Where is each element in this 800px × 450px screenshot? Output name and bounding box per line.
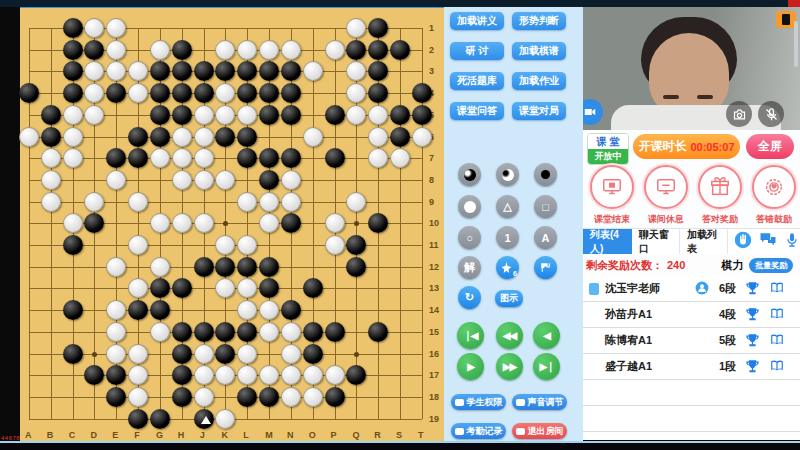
white-stone[interactable] <box>237 344 257 364</box>
tab-bar: 列表(4人)聊天窗口加载列表 <box>583 228 800 256</box>
black-stone[interactable] <box>237 83 257 103</box>
white-stone-glyph <box>502 169 514 181</box>
black-stone[interactable] <box>150 300 170 320</box>
white-stone[interactable] <box>215 105 235 125</box>
dot-black-tool[interactable] <box>534 163 557 186</box>
student-row[interactable]: 孙苗丹A14段 <box>583 302 800 328</box>
grid-line <box>400 28 401 419</box>
dot-white-tool[interactable] <box>458 195 481 218</box>
black-stone[interactable] <box>150 278 170 298</box>
mic-off-button[interactable] <box>758 101 784 127</box>
black-stone[interactable] <box>63 61 83 81</box>
badge-open-label: 开放中 <box>588 149 628 164</box>
column-label: B <box>47 430 54 440</box>
black-stone[interactable] <box>172 278 192 298</box>
white-stone[interactable] <box>325 213 345 233</box>
black-stone[interactable] <box>390 127 410 147</box>
column-label: M <box>265 430 273 440</box>
white-stone[interactable] <box>303 61 323 81</box>
column-label: R <box>374 430 381 440</box>
black-stone[interactable] <box>150 127 170 147</box>
student-row[interactable]: 盛子越A11段 <box>583 354 800 380</box>
black-stone[interactable] <box>237 322 257 342</box>
black-stone[interactable] <box>281 213 301 233</box>
white-stone[interactable] <box>390 148 410 168</box>
black-stone[interactable] <box>63 300 83 320</box>
class-open-badge: 课 堂 开放中 <box>587 133 629 165</box>
book-icon[interactable] <box>769 281 785 299</box>
black-stone[interactable] <box>325 322 345 342</box>
playback-prev-button[interactable]: ◀ <box>533 322 560 349</box>
volume-button[interactable]: 声音调节 <box>512 394 567 410</box>
right-panel: 课 堂 开放中 开课时长 00:05:07 全屏 课堂结束课间休息答对奖励答错鼓… <box>583 7 800 443</box>
square-mark-tool[interactable]: □ <box>534 195 557 218</box>
white-stone[interactable] <box>150 213 170 233</box>
black-stone[interactable] <box>194 61 214 81</box>
row-label: 14 <box>429 305 439 315</box>
hand-tool[interactable]: 6 <box>496 256 519 279</box>
white-stone[interactable] <box>84 192 104 212</box>
black-stone[interactable] <box>390 105 410 125</box>
white-stone[interactable] <box>150 322 170 342</box>
white-stone[interactable] <box>237 300 257 320</box>
white-stone[interactable] <box>346 61 366 81</box>
row-label: 19 <box>429 414 439 424</box>
white-stone[interactable] <box>63 105 83 125</box>
lecture-button-1[interactable]: 加载讲义 <box>450 12 504 30</box>
black-stone[interactable] <box>259 148 279 168</box>
white-stone[interactable] <box>368 127 388 147</box>
playback-forward-button[interactable]: ▶▶ <box>496 353 523 380</box>
black-stone[interactable] <box>63 83 83 103</box>
white-stone[interactable] <box>237 278 257 298</box>
go-board[interactable]: A1B2C3D4E5F6G7H8J9K10L11M12N13O14P15Q16R… <box>20 8 444 443</box>
white-stone[interactable] <box>106 61 126 81</box>
reward-3[interactable]: 答对奖励 <box>693 165 747 226</box>
black-stone[interactable] <box>346 40 366 60</box>
black-stone[interactable] <box>194 257 214 277</box>
mic-icon[interactable] <box>784 231 800 253</box>
column-label: A <box>25 430 32 440</box>
exit-room-button[interactable]: 退出房间 <box>512 423 567 439</box>
black-stone[interactable] <box>368 61 388 81</box>
black-stone[interactable] <box>194 322 214 342</box>
column-label: K <box>221 430 228 440</box>
white-stone[interactable] <box>19 127 39 147</box>
answer-tool[interactable]: 解 <box>458 256 481 279</box>
white-stone[interactable] <box>346 105 366 125</box>
white-stone[interactable] <box>194 213 214 233</box>
playback-rewind-button[interactable]: ◀◀ <box>496 322 523 349</box>
white-stone[interactable] <box>368 148 388 168</box>
white-stone[interactable] <box>194 127 214 147</box>
playback-play-button[interactable]: ▶ <box>457 353 484 380</box>
white-stone[interactable] <box>106 344 126 364</box>
brush-tool[interactable] <box>534 256 557 279</box>
white-stone[interactable] <box>128 61 148 81</box>
white-stone[interactable] <box>215 409 235 429</box>
white-stone[interactable] <box>237 105 257 125</box>
raise-hand-icon[interactable] <box>734 231 752 253</box>
white-stone[interactable] <box>128 365 148 385</box>
rewards-count: 240 <box>667 259 685 271</box>
timer-label: 开课时长 <box>638 138 686 155</box>
black-stone[interactable] <box>390 40 410 60</box>
white-stone[interactable] <box>215 40 235 60</box>
white-stone[interactable] <box>259 192 279 212</box>
white-stone[interactable] <box>281 387 301 407</box>
student-name: 陈博宥A1 <box>605 333 652 348</box>
black-stone[interactable] <box>172 83 192 103</box>
white-stone[interactable] <box>281 170 301 190</box>
black-stone[interactable] <box>412 105 432 125</box>
list-scrollbar[interactable] <box>794 21 798 67</box>
black-stone[interactable] <box>194 83 214 103</box>
white-stone[interactable] <box>150 148 170 168</box>
rewards-header: 剩余奖励次数： 240 棋力 批量奖励 <box>583 254 800 278</box>
white-stone[interactable] <box>303 127 323 147</box>
star-point <box>223 221 228 226</box>
row-label: 18 <box>429 392 439 402</box>
white-stone[interactable] <box>106 170 126 190</box>
white-stone[interactable] <box>281 40 301 60</box>
white-stone[interactable] <box>41 192 61 212</box>
black-stone[interactable] <box>259 105 279 125</box>
black-stone[interactable] <box>128 409 148 429</box>
reward-4[interactable]: 答错鼓励 <box>747 165 800 226</box>
white-stone[interactable] <box>237 40 257 60</box>
strength-label: 棋力 <box>721 258 743 273</box>
badge-class-label: 课 堂 <box>588 134 628 149</box>
black-stone[interactable] <box>346 235 366 255</box>
row-label: 15 <box>429 327 439 337</box>
black-stone[interactable] <box>41 105 61 125</box>
black-stone[interactable] <box>19 83 39 103</box>
student-name: 孙苗丹A1 <box>605 307 652 322</box>
lecture-button-3[interactable]: 研 讨 <box>450 42 504 60</box>
black-stone[interactable] <box>303 278 323 298</box>
black-stone[interactable] <box>172 344 192 364</box>
star-point <box>354 352 359 357</box>
selected-checkbox[interactable] <box>589 283 599 295</box>
black-stone[interactable] <box>128 127 148 147</box>
black-stone[interactable] <box>128 148 148 168</box>
white-stone[interactable] <box>172 148 192 168</box>
black-stone[interactable] <box>412 83 432 103</box>
book-icon[interactable] <box>769 359 785 377</box>
white-stone[interactable] <box>259 322 279 342</box>
row-label: 7 <box>429 153 434 163</box>
white-stone[interactable] <box>194 365 214 385</box>
black-stone[interactable] <box>150 105 170 125</box>
black-stone[interactable] <box>128 300 148 320</box>
black-stone[interactable] <box>281 148 301 168</box>
black-stone[interactable] <box>150 409 170 429</box>
batch-reward-button[interactable]: 批量奖励 <box>749 258 793 273</box>
white-stone[interactable] <box>281 365 301 385</box>
white-stone[interactable] <box>84 105 104 125</box>
white-stone[interactable] <box>259 213 279 233</box>
star-point <box>354 221 359 226</box>
phone-battery-icon <box>776 11 796 28</box>
tool-panel: 加载讲义形势判断研 讨加载棋谱死活题库加载作业课堂问答课堂对局 △□○1A解6↻… <box>444 7 583 443</box>
black-stone[interactable] <box>106 83 126 103</box>
white-stone[interactable] <box>128 387 148 407</box>
white-stone[interactable] <box>194 387 214 407</box>
black-stone[interactable] <box>368 40 388 60</box>
row-label: 2 <box>429 45 434 55</box>
white-stone[interactable] <box>63 213 83 233</box>
white-stone[interactable] <box>237 192 257 212</box>
triangle-mark-tool[interactable]: △ <box>496 195 519 218</box>
black-stone[interactable] <box>303 322 323 342</box>
student-list: 沈玉宇老师6段孙苗丹A14段陈博宥A15段盛子越A11段 <box>583 276 800 440</box>
black-stone[interactable] <box>325 387 345 407</box>
white-stone[interactable] <box>194 344 214 364</box>
fullscreen-button[interactable]: 全屏 <box>746 134 794 159</box>
column-label: S <box>396 430 402 440</box>
black-stone[interactable] <box>215 257 235 277</box>
reward-label: 课堂结束 <box>585 213 639 226</box>
row-label: 17 <box>429 370 439 380</box>
white-stone[interactable] <box>194 148 214 168</box>
trophy-icon[interactable] <box>745 281 760 300</box>
black-stone[interactable] <box>63 40 83 60</box>
black-stone[interactable] <box>237 127 257 147</box>
black-stone[interactable] <box>325 105 345 125</box>
attendance-button[interactable]: 考勤记录 <box>451 423 506 439</box>
teacher-icon <box>695 281 709 299</box>
white-stone[interactable] <box>237 365 257 385</box>
black-stone[interactable] <box>172 365 192 385</box>
white-stone[interactable] <box>106 257 126 277</box>
black-stone[interactable] <box>63 18 83 38</box>
black-stone[interactable] <box>237 257 257 277</box>
white-stone[interactable] <box>84 18 104 38</box>
black-stone[interactable] <box>106 365 126 385</box>
row-label: 11 <box>429 240 439 250</box>
black-stone[interactable] <box>172 105 192 125</box>
reward-1[interactable]: 课堂结束 <box>585 165 639 226</box>
left-strip: 44678 <box>0 7 20 443</box>
column-label: G <box>156 430 163 440</box>
white-stone[interactable] <box>172 127 192 147</box>
black-stone[interactable] <box>259 257 279 277</box>
card-icon <box>455 428 464 435</box>
black-stone[interactable] <box>259 387 279 407</box>
white-stone[interactable] <box>194 170 214 190</box>
black-stone[interactable] <box>106 387 126 407</box>
white-stone[interactable] <box>281 192 301 212</box>
black-stone-tool[interactable] <box>458 163 481 186</box>
lecture-button-6[interactable]: 加载作业 <box>512 72 566 90</box>
playback-last-button[interactable]: ▶❘ <box>533 353 560 380</box>
white-stone[interactable] <box>346 18 366 38</box>
white-stone[interactable] <box>41 148 61 168</box>
white-stone[interactable] <box>215 83 235 103</box>
black-stone[interactable] <box>368 83 388 103</box>
column-label: N <box>287 430 294 440</box>
black-stone[interactable] <box>215 127 235 147</box>
white-stone[interactable] <box>346 83 366 103</box>
black-stone[interactable] <box>259 170 279 190</box>
black-stone[interactable] <box>172 61 192 81</box>
white-stone[interactable] <box>346 192 366 212</box>
white-stone[interactable] <box>106 18 126 38</box>
reward-2[interactable]: 课间休息 <box>639 165 693 226</box>
black-stone[interactable] <box>281 105 301 125</box>
white-stone[interactable] <box>106 300 126 320</box>
white-stone[interactable] <box>325 365 345 385</box>
black-stone[interactable] <box>368 213 388 233</box>
tab-2[interactable]: 聊天窗口 <box>632 229 680 255</box>
white-stone[interactable] <box>281 322 301 342</box>
student-rank: 4段 <box>719 307 736 322</box>
black-stone[interactable] <box>368 18 388 38</box>
black-stone[interactable] <box>281 61 301 81</box>
black-stone[interactable] <box>259 278 279 298</box>
black-stone[interactable] <box>325 148 345 168</box>
white-stone[interactable] <box>325 40 345 60</box>
dot-black-glyph <box>541 170 550 179</box>
number-mark-tool[interactable]: 1 <box>496 226 519 249</box>
black-stone[interactable] <box>41 127 61 147</box>
white-stone[interactable] <box>412 127 432 147</box>
video-camera-icon[interactable] <box>583 99 603 125</box>
column-label: T <box>418 430 424 440</box>
white-stone[interactable] <box>128 83 148 103</box>
black-stone[interactable] <box>172 40 192 60</box>
white-stone[interactable] <box>106 322 126 342</box>
teacher-shirt <box>611 105 781 130</box>
black-stone[interactable] <box>150 83 170 103</box>
class-timer: 开课时长 00:05:07 <box>633 134 740 159</box>
timer-value: 00:05:07 <box>690 141 734 153</box>
letter-mark-tool[interactable]: A <box>534 226 557 249</box>
white-stone[interactable] <box>128 235 148 255</box>
white-stone[interactable] <box>194 105 214 125</box>
lecture-button-4[interactable]: 加载棋谱 <box>512 42 566 60</box>
monitor-break-icon <box>644 165 688 209</box>
black-stone[interactable] <box>63 235 83 255</box>
row-label: 1 <box>429 23 434 33</box>
black-stone[interactable] <box>84 365 104 385</box>
black-stone[interactable] <box>172 322 192 342</box>
lecture-button-8[interactable]: 课堂对局 <box>512 102 566 120</box>
white-stone[interactable] <box>259 365 279 385</box>
lecture-button-5[interactable]: 死活题库 <box>450 72 504 90</box>
lecture-button-2[interactable]: 形势判断 <box>512 12 566 30</box>
book-icon[interactable] <box>769 333 785 351</box>
white-stone[interactable] <box>259 40 279 60</box>
door-icon <box>516 428 525 435</box>
black-stone[interactable] <box>281 300 301 320</box>
playback-first-button[interactable]: ❘◀ <box>457 322 484 349</box>
student-row[interactable]: 陈博宥A15段 <box>583 328 800 354</box>
white-stone[interactable] <box>215 365 235 385</box>
white-stone[interactable] <box>368 105 388 125</box>
black-stone[interactable] <box>150 61 170 81</box>
white-stone[interactable] <box>172 170 192 190</box>
column-label: L <box>243 430 249 440</box>
white-stone[interactable] <box>325 235 345 255</box>
black-stone[interactable] <box>106 148 126 168</box>
trophy-icon[interactable] <box>745 307 760 326</box>
white-stone[interactable] <box>84 83 104 103</box>
white-stone[interactable] <box>215 170 235 190</box>
eye <box>697 95 713 99</box>
black-stone[interactable] <box>63 344 83 364</box>
black-stone[interactable] <box>172 387 192 407</box>
white-stone[interactable] <box>106 40 126 60</box>
trophy-icon[interactable] <box>745 333 760 352</box>
black-stone[interactable] <box>281 83 301 103</box>
white-stone[interactable] <box>63 127 83 147</box>
black-stone[interactable] <box>237 148 257 168</box>
empty-row <box>583 406 800 432</box>
black-stone[interactable] <box>215 344 235 364</box>
white-stone[interactable] <box>63 148 83 168</box>
column-label: Q <box>352 430 359 440</box>
white-stone[interactable] <box>237 235 257 255</box>
legend-button[interactable]: 图示 <box>495 290 523 307</box>
gift-icon <box>698 165 742 209</box>
camera-button[interactable] <box>726 101 752 127</box>
student-row[interactable]: 沈玉宇老师6段 <box>583 276 800 302</box>
white-stone[interactable] <box>172 213 192 233</box>
black-stone[interactable] <box>259 61 279 81</box>
black-stone[interactable] <box>259 83 279 103</box>
black-stone[interactable] <box>84 213 104 233</box>
white-stone[interactable] <box>150 257 170 277</box>
tab-1[interactable]: 列表(4人) <box>583 229 632 255</box>
lecture-button-7[interactable]: 课堂问答 <box>450 102 504 120</box>
black-stone[interactable] <box>237 387 257 407</box>
white-stone-tool[interactable] <box>496 163 519 186</box>
black-stone[interactable] <box>346 257 366 277</box>
student-permission-button[interactable]: 学生权限 <box>451 394 506 410</box>
white-stone[interactable] <box>259 300 279 320</box>
white-stone[interactable] <box>128 344 148 364</box>
dot-white-glyph <box>464 201 476 213</box>
white-stone[interactable] <box>215 278 235 298</box>
white-stone[interactable] <box>303 387 323 407</box>
circle-mark-tool[interactable]: ○ <box>458 226 481 249</box>
tab-3[interactable]: 加载列表 <box>680 229 728 255</box>
trophy-icon[interactable] <box>745 359 760 378</box>
white-stone[interactable] <box>128 192 148 212</box>
black-stone[interactable] <box>303 344 323 364</box>
black-stone[interactable] <box>215 61 235 81</box>
white-stone[interactable] <box>84 61 104 81</box>
refresh-tool[interactable]: ↻ <box>458 286 481 309</box>
black-stone[interactable] <box>215 322 235 342</box>
grid-line <box>29 310 422 311</box>
column-label: H <box>178 430 185 440</box>
white-stone[interactable] <box>41 170 61 190</box>
white-stone[interactable] <box>128 278 148 298</box>
black-stone[interactable] <box>237 61 257 81</box>
black-stone[interactable] <box>346 365 366 385</box>
black-stone[interactable] <box>84 40 104 60</box>
chat-bubbles-icon[interactable] <box>758 231 778 253</box>
white-stone[interactable] <box>281 344 301 364</box>
book-icon[interactable] <box>769 307 785 325</box>
white-stone[interactable] <box>303 365 323 385</box>
white-stone[interactable] <box>150 40 170 60</box>
white-stone[interactable] <box>215 235 235 255</box>
black-stone[interactable] <box>368 322 388 342</box>
